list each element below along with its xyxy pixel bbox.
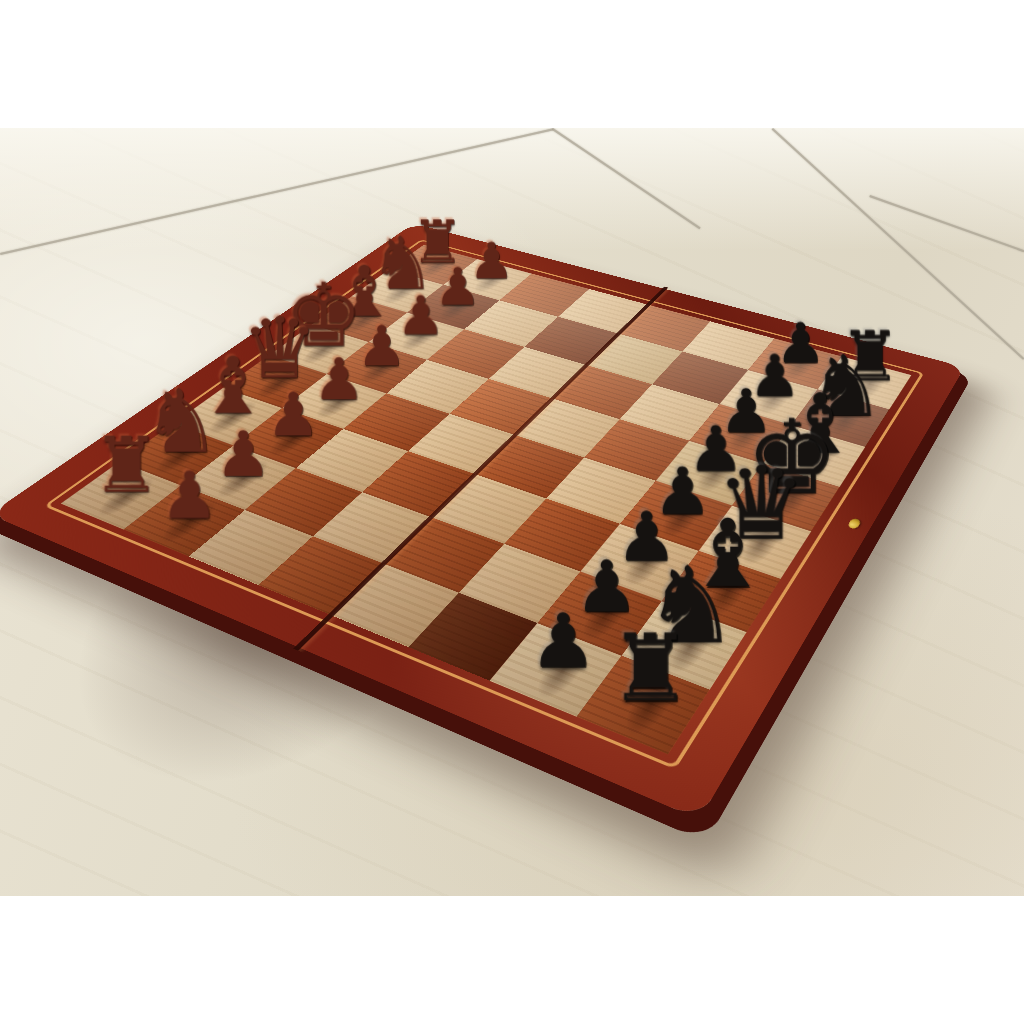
screenshot: ♜♞♝♛♚♝♞♜♟♟♟♟♟♟♟♟♟♟♟♟♟♟♟♟♜♞♝♛♚♝♞♜	[0, 0, 1024, 1024]
chess-board: ♜♞♝♛♚♝♞♜♟♟♟♟♟♟♟♟♟♟♟♟♟♟♟♟♜♞♝♛♚♝♞♜	[0, 223, 965, 819]
letterbox-bottom	[0, 896, 1024, 1024]
product-photo: ♜♞♝♛♚♝♞♜♟♟♟♟♟♟♟♟♟♟♟♟♟♟♟♟♜♞♝♛♚♝♞♜	[0, 128, 1024, 896]
clasp-icon	[847, 517, 862, 529]
piece-white-pawn-a2: ♟	[108, 463, 272, 529]
scene: ♜♞♝♛♚♝♞♜♟♟♟♟♟♟♟♟♟♟♟♟♟♟♟♟♜♞♝♛♚♝♞♜	[0, 128, 1024, 896]
letterbox-top	[0, 0, 1024, 128]
piece-black-rook-a8: ♜	[554, 622, 747, 715]
